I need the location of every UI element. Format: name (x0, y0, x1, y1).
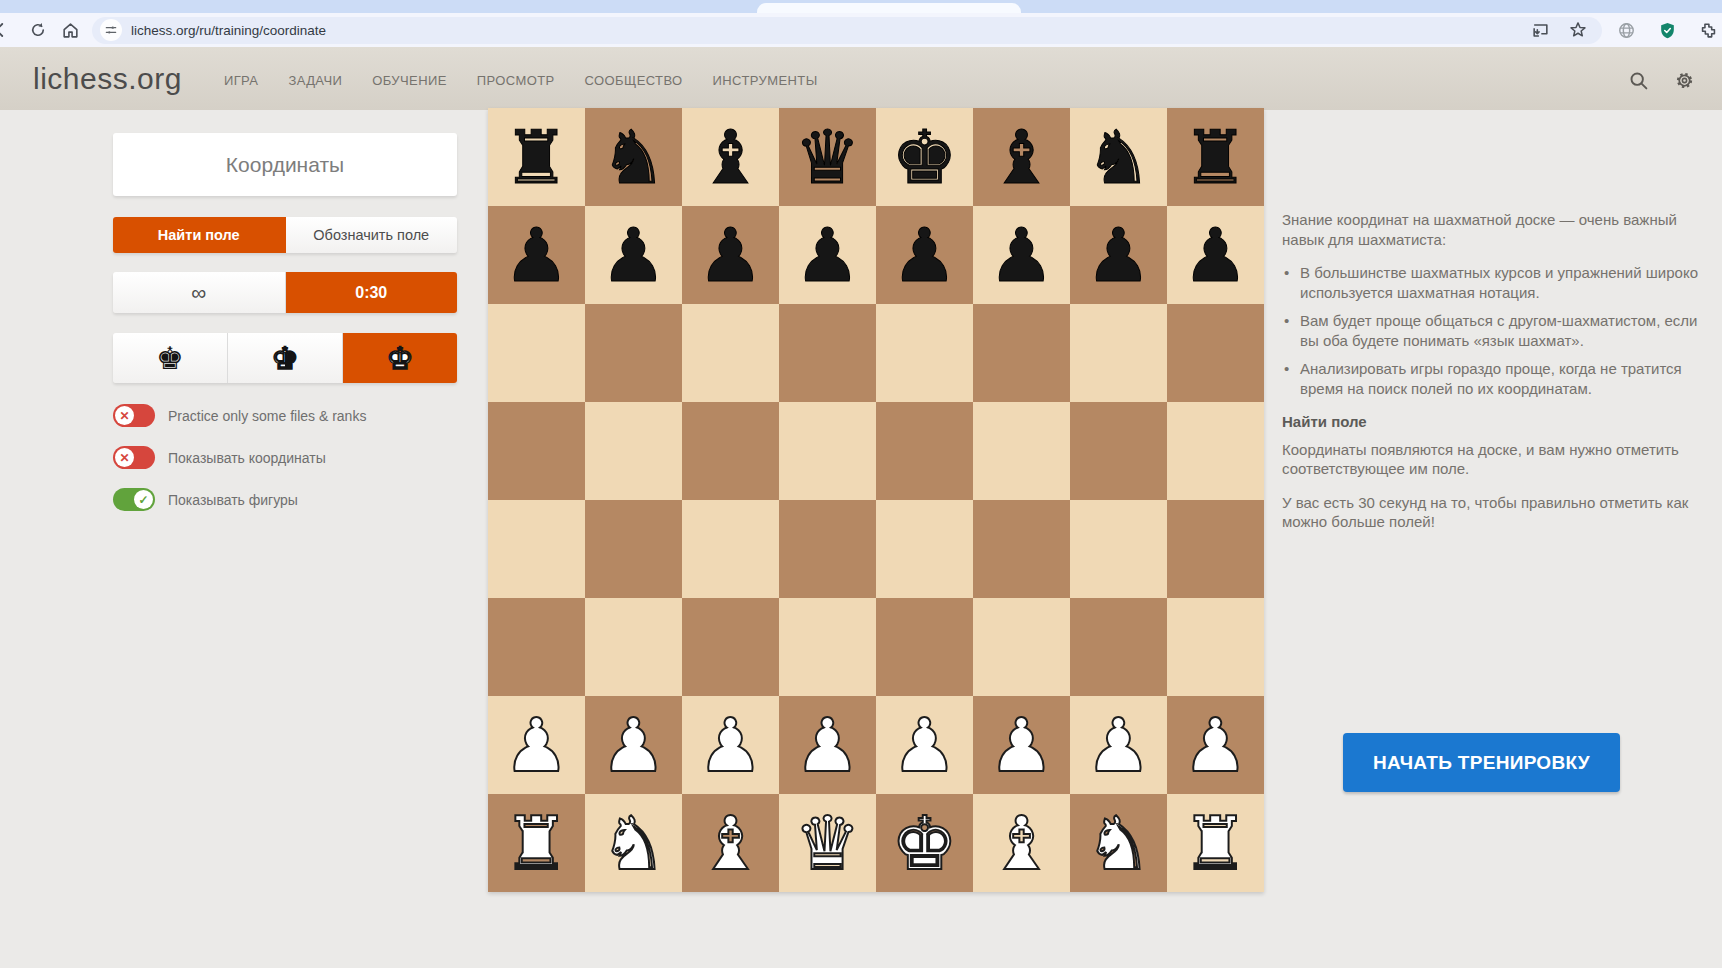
piece-black-pawn: ♟ (891, 206, 957, 304)
square-h1[interactable]: ♜ (1167, 794, 1264, 892)
square-h4[interactable] (1167, 500, 1264, 598)
toggle-switch-on-icon[interactable]: ✓ (113, 488, 155, 511)
white-king-icon: ♚ (386, 343, 414, 374)
square-g1[interactable]: ♞ (1070, 794, 1167, 892)
piece-black-king: ♚ (891, 108, 957, 206)
nav-tools[interactable]: ИНСТРУМЕНТЫ (713, 73, 818, 88)
square-e6[interactable] (876, 304, 973, 402)
extensions-icon[interactable] (1694, 16, 1722, 44)
piece-white-queen: ♛ (794, 794, 860, 892)
piece-black-rook: ♜ (1182, 108, 1248, 206)
color-white-button[interactable]: ♚ (343, 333, 457, 383)
piece-black-pawn: ♟ (503, 206, 569, 304)
nav-watch[interactable]: ПРОСМОТР (477, 73, 555, 88)
square-a4[interactable] (488, 500, 585, 598)
piece-white-rook: ♜ (503, 794, 569, 892)
square-f2[interactable]: ♟ (973, 696, 1070, 794)
square-h5[interactable] (1167, 402, 1264, 500)
square-a8[interactable]: ♜ (488, 108, 585, 206)
square-g5[interactable] (1070, 402, 1167, 500)
find-square-text-1: Координаты появляются на доске, и вам ну… (1282, 440, 1702, 479)
bookmark-star-icon[interactable] (1564, 16, 1592, 44)
url-text[interactable]: lichess.org/ru/training/coordinate (131, 23, 1526, 38)
square-d5[interactable] (779, 402, 876, 500)
square-e4[interactable] (876, 500, 973, 598)
piece-black-pawn: ♟ (600, 206, 666, 304)
browser-tab-strip (0, 0, 1722, 13)
piece-white-bishop: ♝ (697, 794, 763, 892)
install-icon[interactable] (1526, 16, 1554, 44)
toggle-show-coordinates[interactable]: ✕ Показывать координаты (113, 446, 457, 469)
piece-white-pawn: ♟ (988, 696, 1054, 794)
square-d1[interactable]: ♛ (779, 794, 876, 892)
nav-puzzles[interactable]: ЗАДАЧИ (288, 73, 342, 88)
piece-white-king: ♚ (891, 794, 957, 892)
square-a5[interactable] (488, 402, 585, 500)
square-h6[interactable] (1167, 304, 1264, 402)
shield-icon[interactable] (1653, 16, 1681, 44)
square-f4[interactable] (973, 500, 1070, 598)
square-c3[interactable] (682, 598, 779, 696)
piece-white-knight: ♞ (600, 794, 666, 892)
piece-white-pawn: ♟ (1085, 696, 1151, 794)
piece-white-pawn: ♟ (600, 696, 666, 794)
piece-white-pawn: ♟ (891, 696, 957, 794)
trainer-title: Координаты (226, 153, 344, 177)
site-header: lichess.org ИГРА ЗАДАЧИ ОБУЧЕНИЕ ПРОСМОТ… (0, 47, 1722, 110)
list-item: В большинстве шахматных курсов и упражне… (1282, 263, 1702, 302)
square-g8[interactable]: ♞ (1070, 108, 1167, 206)
square-f8[interactable]: ♝ (973, 108, 1070, 206)
piece-white-bishop: ♝ (988, 794, 1054, 892)
piece-white-rook: ♜ (1182, 794, 1248, 892)
piece-white-knight: ♞ (1085, 794, 1151, 892)
square-b1[interactable]: ♞ (585, 794, 682, 892)
color-black-button[interactable]: ♚ (113, 333, 228, 383)
square-b5[interactable] (585, 402, 682, 500)
piece-black-pawn: ♟ (1182, 206, 1248, 304)
piece-black-bishop: ♝ (697, 108, 763, 206)
square-f7[interactable]: ♟ (973, 206, 1070, 304)
piece-black-pawn: ♟ (988, 206, 1054, 304)
piece-black-rook: ♜ (503, 108, 569, 206)
piece-white-pawn: ♟ (697, 696, 763, 794)
gear-icon[interactable] (1670, 67, 1698, 95)
toggle-show-pieces[interactable]: ✓ Показывать фигуры (113, 488, 457, 511)
time-30s-button[interactable]: 0:30 (286, 272, 458, 313)
square-d8[interactable]: ♛ (779, 108, 876, 206)
black-king-icon: ♚ (156, 343, 184, 374)
list-item: Анализировать игры гораздо проще, когда … (1282, 359, 1702, 398)
square-g7[interactable]: ♟ (1070, 206, 1167, 304)
main-nav: ИГРА ЗАДАЧИ ОБУЧЕНИЕ ПРОСМОТР СООБЩЕСТВО… (224, 73, 818, 88)
chess-board[interactable]: ♜♞♝♛♚♝♞♜♟♟♟♟♟♟♟♟♟♟♟♟♟♟♟♟♜♞♝♛♚♝♞♜ (488, 108, 1264, 892)
square-b6[interactable] (585, 304, 682, 402)
address-bar[interactable]: lichess.org/ru/training/coordinate (92, 17, 1602, 44)
time-options: ∞ 0:30 (113, 272, 457, 313)
nav-play[interactable]: ИГРА (224, 73, 258, 88)
square-g6[interactable] (1070, 304, 1167, 402)
square-d2[interactable]: ♟ (779, 696, 876, 794)
square-h2[interactable]: ♟ (1167, 696, 1264, 794)
piece-black-pawn: ♟ (697, 206, 763, 304)
toggle-switch-off-icon[interactable]: ✕ (113, 404, 155, 427)
square-a6[interactable] (488, 304, 585, 402)
square-h3[interactable] (1167, 598, 1264, 696)
square-c7[interactable]: ♟ (682, 206, 779, 304)
site-info-icon[interactable] (100, 19, 122, 41)
square-c4[interactable] (682, 500, 779, 598)
nav-community[interactable]: СООБЩЕСТВО (585, 73, 683, 88)
square-a7[interactable]: ♟ (488, 206, 585, 304)
square-f3[interactable] (973, 598, 1070, 696)
piece-white-pawn: ♟ (1182, 696, 1248, 794)
globe-icon[interactable] (1612, 16, 1640, 44)
trainer-title-card: Координаты (113, 133, 457, 196)
color-random-button[interactable]: ♚♚ (228, 333, 343, 383)
square-b3[interactable] (585, 598, 682, 696)
square-h8[interactable]: ♜ (1167, 108, 1264, 206)
square-g3[interactable] (1070, 598, 1167, 696)
square-e8[interactable]: ♚ (876, 108, 973, 206)
toggle-files-ranks[interactable]: ✕ Practice only some files & ranks (113, 404, 457, 427)
square-e2[interactable]: ♟ (876, 696, 973, 794)
square-a3[interactable] (488, 598, 585, 696)
color-options: ♚ ♚♚ ♚ (113, 333, 457, 383)
square-g4[interactable] (1070, 500, 1167, 598)
square-b7[interactable]: ♟ (585, 206, 682, 304)
piece-black-queen: ♛ (794, 108, 860, 206)
square-b8[interactable]: ♞ (585, 108, 682, 206)
square-c2[interactable]: ♟ (682, 696, 779, 794)
half-king-icon: ♚♚ (271, 343, 299, 374)
reload-icon[interactable] (24, 16, 52, 44)
square-e5[interactable] (876, 402, 973, 500)
piece-white-pawn: ♟ (503, 696, 569, 794)
tab-find-square[interactable]: Найти поле (113, 217, 286, 253)
browser-tab[interactable] (757, 3, 1021, 13)
start-training-button[interactable]: НАЧАТЬ ТРЕНИРОВКУ (1343, 733, 1620, 792)
square-d4[interactable] (779, 500, 876, 598)
piece-white-pawn: ♟ (794, 696, 860, 794)
square-a2[interactable]: ♟ (488, 696, 585, 794)
square-a1[interactable]: ♜ (488, 794, 585, 892)
square-d6[interactable] (779, 304, 876, 402)
square-e7[interactable]: ♟ (876, 206, 973, 304)
square-e3[interactable] (876, 598, 973, 696)
square-b4[interactable] (585, 500, 682, 598)
square-c5[interactable] (682, 402, 779, 500)
toggle-switch-off-icon[interactable]: ✕ (113, 446, 155, 469)
piece-black-pawn: ♟ (794, 206, 860, 304)
square-c6[interactable] (682, 304, 779, 402)
square-f5[interactable] (973, 402, 1070, 500)
list-item: Вам будет проще общаться с другом-шахмат… (1282, 311, 1702, 350)
description-panel: Знание координат на шахматной доске — оч… (1282, 210, 1702, 546)
square-f6[interactable] (973, 304, 1070, 402)
tab-name-square[interactable]: Обозначить поле (286, 217, 458, 253)
piece-black-knight: ♞ (1085, 108, 1151, 206)
square-c8[interactable]: ♝ (682, 108, 779, 206)
time-unlimited-button[interactable]: ∞ (113, 272, 286, 313)
square-d7[interactable]: ♟ (779, 206, 876, 304)
square-b2[interactable]: ♟ (585, 696, 682, 794)
back-icon[interactable] (0, 16, 14, 44)
nav-learn[interactable]: ОБУЧЕНИЕ (372, 73, 447, 88)
home-icon[interactable] (56, 16, 84, 44)
find-square-text-2: У вас есть 30 секунд на то, чтобы правил… (1282, 493, 1702, 532)
lichess-logo[interactable]: lichess.org (33, 62, 182, 96)
square-e1[interactable]: ♚ (876, 794, 973, 892)
search-icon[interactable] (1624, 67, 1652, 95)
intro-text: Знание координат на шахматной доске — оч… (1282, 210, 1702, 249)
browser-toolbar: lichess.org/ru/training/coordinate (0, 13, 1722, 47)
piece-black-bishop: ♝ (988, 108, 1054, 206)
square-g2[interactable]: ♟ (1070, 696, 1167, 794)
piece-black-knight: ♞ (600, 108, 666, 206)
square-d3[interactable] (779, 598, 876, 696)
square-f1[interactable]: ♝ (973, 794, 1070, 892)
mode-tabs: Найти поле Обозначить поле (113, 217, 457, 253)
square-c1[interactable]: ♝ (682, 794, 779, 892)
square-h7[interactable]: ♟ (1167, 206, 1264, 304)
piece-black-pawn: ♟ (1085, 206, 1151, 304)
find-square-heading: Найти поле (1282, 412, 1702, 432)
benefits-list: В большинстве шахматных курсов и упражне… (1282, 263, 1702, 398)
